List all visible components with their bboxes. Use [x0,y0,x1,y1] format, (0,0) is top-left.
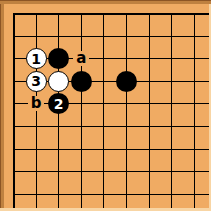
diagram-border-right [209,0,211,211]
board-intersection [103,171,126,194]
board-intersection [126,149,149,172]
board-intersection [13,171,36,194]
board-intersection [149,126,172,149]
move-number: 1 [31,52,41,66]
board-intersection [13,126,36,149]
black-stone [116,71,137,92]
go-diagram: ab132 [0,0,211,211]
board-intersection [81,149,104,172]
board-intersection [58,13,81,36]
board-intersection [103,126,126,149]
board-intersection [149,13,172,36]
board-intersection [58,149,81,172]
board-intersection [126,126,149,149]
board-intersection [103,36,126,59]
board-intersection [171,58,194,81]
board-intersection [126,36,149,59]
board-intersection [36,126,59,149]
board-intersection [126,171,149,194]
board-intersection [103,13,126,36]
move-number: 2 [54,97,64,111]
white-stone [48,71,69,92]
board-intersection [171,103,194,126]
board-intersection [36,13,59,36]
board-intersection [81,13,104,36]
board-intersection [171,81,194,104]
move-number: 3 [31,74,41,88]
white-stone-3: 3 [26,71,47,92]
board-intersection [149,103,172,126]
board-intersection [126,103,149,126]
board-intersection [13,13,36,36]
board-intersection [126,13,149,36]
board-intersection [36,149,59,172]
board-intersection [171,149,194,172]
board-intersection [81,171,104,194]
point-label-b: b [28,96,44,111]
board-intersection [103,103,126,126]
board-intersection [149,58,172,81]
white-stone-1: 1 [26,48,47,69]
board-intersection [171,13,194,36]
board-intersection [81,126,104,149]
board-intersection [81,103,104,126]
board-intersection [58,171,81,194]
board-intersection [103,149,126,172]
board-intersection [36,171,59,194]
black-stone [71,71,92,92]
board-intersection [13,149,36,172]
diagram-border-bottom [0,208,211,211]
board-intersection [171,126,194,149]
diagram-border-left [0,0,4,211]
point-label-a: a [73,51,89,66]
board-intersection [171,36,194,59]
board-intersection [171,171,194,194]
board-grid [13,13,211,211]
diagram-border-top [0,0,211,4]
board-intersection [149,81,172,104]
board-intersection [149,149,172,172]
board-intersection [149,171,172,194]
board-intersection [58,126,81,149]
board-intersection [149,36,172,59]
